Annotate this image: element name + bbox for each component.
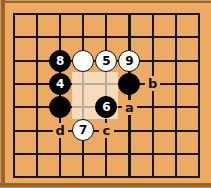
stone-black-4: 4 xyxy=(49,73,71,95)
stone-white-9: 9 xyxy=(118,50,140,72)
stone-black-6: 6 xyxy=(95,96,117,118)
board-frame-bottom xyxy=(0,183,211,188)
stone-black-8: 8 xyxy=(49,50,71,72)
board-frame-top xyxy=(0,0,211,3)
point-label-d: d xyxy=(53,123,68,138)
point-label-c: c xyxy=(99,123,114,138)
go-board-diagram: 859467abcd xyxy=(0,0,211,188)
point-label-b: b xyxy=(145,76,160,91)
stone-black xyxy=(118,73,140,95)
point-label-a: a xyxy=(122,100,137,115)
stones-layer: 859467abcd xyxy=(2,2,210,188)
stone-black xyxy=(49,96,71,118)
stone-white-7: 7 xyxy=(72,119,94,141)
stone-white xyxy=(72,50,94,72)
stone-white-5: 5 xyxy=(95,50,117,72)
board-frame-left xyxy=(0,0,5,188)
